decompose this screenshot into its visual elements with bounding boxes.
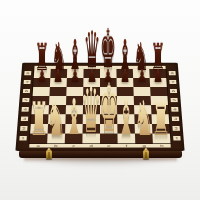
- square-c5: [66, 96, 83, 105]
- chess-set-photo: abcdefgh abcdefgh 87654321 87654321 ♜♞♝♛…: [0, 0, 200, 200]
- square-a2: [30, 124, 48, 134]
- square-e3: [100, 114, 117, 124]
- square-a7: [33, 78, 50, 87]
- rank-label-5: 5: [22, 98, 29, 102]
- square-a3: [31, 114, 49, 124]
- square-c6: [66, 87, 83, 96]
- square-e1: [100, 134, 118, 144]
- square-f7: [117, 78, 134, 87]
- square-h8: [149, 69, 166, 78]
- square-b3: [48, 114, 66, 124]
- rank-label-4: 4: [22, 107, 29, 111]
- square-b1: [47, 134, 65, 144]
- square-h3: [151, 114, 169, 124]
- file-labels-near: abcdefgh: [29, 144, 171, 148]
- square-c7: [67, 78, 84, 87]
- square-b2: [48, 124, 66, 134]
- file-label-f: f: [118, 144, 136, 148]
- square-h7: [150, 78, 167, 87]
- square-g1: [135, 134, 153, 144]
- square-f3: [117, 114, 134, 124]
- square-e7: [100, 78, 117, 87]
- rank-label-1: 1: [19, 136, 27, 141]
- file-label-g: g: [135, 144, 153, 148]
- rank-label-8: 8: [169, 71, 176, 75]
- square-a6: [33, 87, 50, 96]
- square-d7: [83, 78, 100, 87]
- file-label-a: a: [29, 144, 47, 148]
- square-h1: [152, 134, 170, 144]
- rank-label-2: 2: [20, 126, 27, 131]
- rank-label-5: 5: [171, 98, 178, 102]
- square-h6: [150, 87, 167, 96]
- square-f5: [117, 96, 134, 105]
- square-c8: [67, 69, 84, 78]
- square-c4: [66, 105, 83, 114]
- file-label-b: b: [47, 144, 65, 148]
- file-label-e: e: [100, 144, 118, 148]
- board-front-edge: [19, 151, 182, 158]
- square-f4: [117, 105, 134, 114]
- square-f1: [117, 134, 135, 144]
- rank-label-3: 3: [172, 117, 179, 121]
- board-squares: [29, 69, 170, 143]
- rank-label-8: 8: [24, 71, 31, 75]
- square-g2: [135, 124, 153, 134]
- square-h5: [151, 96, 168, 105]
- square-c3: [65, 114, 82, 124]
- square-f2: [117, 124, 135, 134]
- square-a5: [32, 96, 49, 105]
- square-b8: [50, 69, 67, 78]
- square-d2: [83, 124, 100, 134]
- square-h2: [152, 124, 170, 134]
- square-e4: [100, 105, 117, 114]
- rank-label-3: 3: [21, 117, 28, 121]
- square-d3: [83, 114, 100, 124]
- square-d4: [83, 105, 100, 114]
- rank-label-7: 7: [169, 80, 176, 84]
- board-frame: abcdefgh abcdefgh 87654321 87654321: [15, 63, 184, 151]
- rank-label-2: 2: [172, 126, 179, 131]
- square-a4: [31, 105, 49, 114]
- square-e6: [100, 87, 117, 96]
- square-a1: [29, 134, 47, 144]
- square-c1: [65, 134, 83, 144]
- square-g4: [134, 105, 151, 114]
- brass-hinge-right: [143, 150, 149, 159]
- square-e2: [100, 124, 117, 134]
- square-g8: [133, 69, 150, 78]
- square-d5: [83, 96, 100, 105]
- rank-label-7: 7: [24, 80, 31, 84]
- rank-label-4: 4: [171, 107, 178, 111]
- square-a8: [34, 69, 51, 78]
- square-f8: [116, 69, 133, 78]
- square-b6: [49, 87, 66, 96]
- square-d8: [83, 69, 100, 78]
- square-e5: [100, 96, 117, 105]
- file-label-h: h: [153, 144, 171, 148]
- chess-board: abcdefgh abcdefgh 87654321 87654321: [15, 63, 184, 151]
- square-g5: [134, 96, 151, 105]
- square-h4: [151, 105, 169, 114]
- brass-hinge-left: [46, 150, 52, 159]
- square-f6: [117, 87, 134, 96]
- square-d1: [82, 134, 100, 144]
- board-fold-seam: [25, 105, 175, 106]
- square-g3: [134, 114, 152, 124]
- square-g6: [133, 87, 150, 96]
- square-g7: [133, 78, 150, 87]
- square-b7: [50, 78, 67, 87]
- square-e8: [100, 69, 117, 78]
- square-c2: [65, 124, 83, 134]
- square-b5: [49, 96, 66, 105]
- rank-label-1: 1: [173, 136, 181, 141]
- rank-label-6: 6: [170, 89, 177, 93]
- file-label-c: c: [65, 144, 83, 148]
- rank-label-6: 6: [23, 89, 30, 93]
- square-d6: [83, 87, 100, 96]
- square-b4: [49, 105, 66, 114]
- file-label-d: d: [82, 144, 100, 148]
